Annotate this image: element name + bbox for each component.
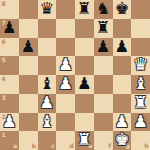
square-g1[interactable]: g♚: [113, 131, 132, 150]
square-g5[interactable]: [113, 56, 132, 75]
square-f1[interactable]: f: [94, 131, 113, 150]
square-b2[interactable]: [19, 113, 38, 132]
square-f8[interactable]: ♞: [94, 0, 113, 19]
piece-white-pawn[interactable]: ♟: [39, 94, 54, 112]
square-e4[interactable]: ♟: [75, 75, 94, 94]
square-d6[interactable]: [56, 38, 75, 57]
square-h1[interactable]: h: [131, 131, 150, 150]
square-a4[interactable]: 4: [0, 75, 19, 94]
rank-label-4: 4: [2, 76, 6, 82]
square-f4[interactable]: [94, 75, 113, 94]
piece-white-pawn[interactable]: ♟: [2, 113, 17, 131]
piece-white-rook[interactable]: ♜: [133, 94, 148, 112]
square-g4[interactable]: [113, 75, 132, 94]
square-g6[interactable]: ♟: [113, 38, 132, 57]
piece-white-king[interactable]: ♚: [114, 131, 129, 149]
square-a3[interactable]: 3: [0, 94, 19, 113]
square-c3[interactable]: ♟: [38, 94, 57, 113]
file-label-d: d: [69, 143, 73, 149]
piece-white-pawn[interactable]: ♟: [114, 113, 129, 131]
piece-black-queen[interactable]: ♛: [39, 0, 54, 18]
square-e7[interactable]: [75, 19, 94, 38]
rank-label-1: 1: [2, 132, 6, 138]
piece-black-pawn[interactable]: ♟: [77, 75, 92, 93]
square-a8[interactable]: 8: [0, 0, 19, 19]
square-b7[interactable]: [19, 19, 38, 38]
square-d8[interactable]: [56, 0, 75, 19]
piece-white-rook[interactable]: ♜: [77, 131, 92, 149]
square-e8[interactable]: ♜: [75, 0, 94, 19]
piece-white-bishop[interactable]: ♝: [133, 75, 148, 93]
square-d7[interactable]: [56, 19, 75, 38]
piece-black-pawn[interactable]: ♟: [114, 38, 129, 56]
square-h8[interactable]: [131, 0, 150, 19]
square-f3[interactable]: [94, 94, 113, 113]
rank-label-5: 5: [2, 57, 6, 63]
piece-black-pawn[interactable]: ♟: [21, 38, 36, 56]
piece-white-pawn[interactable]: ♟: [58, 56, 73, 74]
chess-board: 8♛♜♞♚7♟♜6♟♟♟5♟♛4♝♟♟♝3♟♜2♟♝♟♟1abcde♜fg♚h: [0, 0, 150, 150]
square-c1[interactable]: c: [38, 131, 57, 150]
piece-white-bishop[interactable]: ♝: [39, 113, 54, 131]
square-c7[interactable]: [38, 19, 57, 38]
square-h6[interactable]: [131, 38, 150, 57]
square-a7[interactable]: 7♟: [0, 19, 19, 38]
square-f5[interactable]: [94, 56, 113, 75]
square-h3[interactable]: ♜: [131, 94, 150, 113]
square-d2[interactable]: [56, 113, 75, 132]
square-h5[interactable]: ♛: [131, 56, 150, 75]
square-b6[interactable]: ♟: [19, 38, 38, 57]
square-c6[interactable]: [38, 38, 57, 57]
square-b5[interactable]: [19, 56, 38, 75]
square-f7[interactable]: ♜: [94, 19, 113, 38]
piece-black-pawn[interactable]: ♟: [96, 38, 111, 56]
square-c4[interactable]: ♝: [38, 75, 57, 94]
square-e6[interactable]: [75, 38, 94, 57]
square-g8[interactable]: ♚: [113, 0, 132, 19]
square-f6[interactable]: ♟: [94, 38, 113, 57]
piece-white-pawn[interactable]: ♟: [58, 75, 73, 93]
square-e1[interactable]: e♜: [75, 131, 94, 150]
square-b4[interactable]: [19, 75, 38, 94]
square-a2[interactable]: 2♟: [0, 113, 19, 132]
square-a6[interactable]: 6: [0, 38, 19, 57]
square-h4[interactable]: ♝: [131, 75, 150, 94]
square-f2[interactable]: [94, 113, 113, 132]
piece-black-king[interactable]: ♚: [114, 0, 129, 18]
rank-label-8: 8: [2, 1, 6, 7]
piece-black-pawn[interactable]: ♟: [2, 19, 17, 37]
square-h7[interactable]: [131, 19, 150, 38]
square-c8[interactable]: ♛: [38, 0, 57, 19]
square-c5[interactable]: [38, 56, 57, 75]
square-d3[interactable]: [56, 94, 75, 113]
square-g7[interactable]: [113, 19, 132, 38]
square-b3[interactable]: [19, 94, 38, 113]
piece-white-pawn[interactable]: ♟: [133, 113, 148, 131]
file-label-a: a: [13, 143, 17, 149]
rank-label-3: 3: [2, 95, 6, 101]
square-e2[interactable]: [75, 113, 94, 132]
square-a5[interactable]: 5: [0, 56, 19, 75]
piece-black-knight[interactable]: ♞: [96, 0, 111, 18]
square-h2[interactable]: ♟: [131, 113, 150, 132]
square-d1[interactable]: d: [56, 131, 75, 150]
file-label-h: h: [144, 143, 148, 149]
square-c2[interactable]: ♝: [38, 113, 57, 132]
square-g3[interactable]: [113, 94, 132, 113]
square-e5[interactable]: [75, 56, 94, 75]
rank-label-6: 6: [2, 39, 6, 45]
square-a1[interactable]: 1a: [0, 131, 19, 150]
piece-white-queen[interactable]: ♛: [133, 56, 148, 74]
square-b1[interactable]: b: [19, 131, 38, 150]
file-label-c: c: [51, 143, 55, 149]
file-label-f: f: [108, 143, 111, 149]
square-b8[interactable]: [19, 0, 38, 19]
piece-black-rook[interactable]: ♜: [77, 0, 92, 18]
square-g2[interactable]: ♟: [113, 113, 132, 132]
file-label-b: b: [32, 143, 36, 149]
square-d5[interactable]: ♟: [56, 56, 75, 75]
piece-black-bishop[interactable]: ♝: [39, 75, 54, 93]
square-e3[interactable]: [75, 94, 94, 113]
piece-black-rook[interactable]: ♜: [96, 19, 111, 37]
square-d4[interactable]: ♟: [56, 75, 75, 94]
